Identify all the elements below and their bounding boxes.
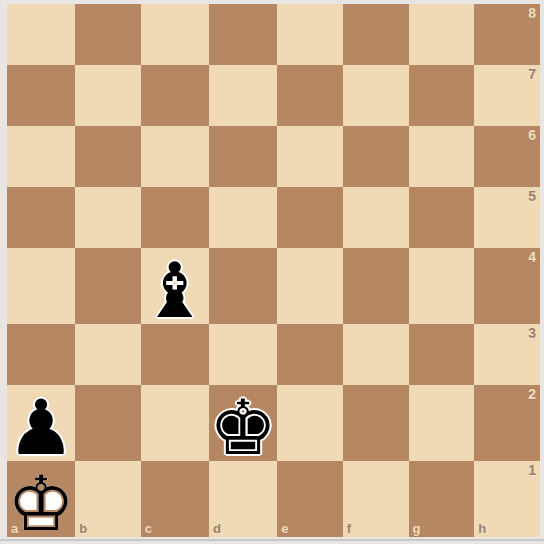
square-f4[interactable] [343, 248, 409, 324]
square-c4[interactable]: ♝ [141, 248, 209, 324]
square-a6[interactable] [7, 126, 75, 187]
chess-board[interactable]: 8765♝43♟♚2a♚♔bcdefg1h [7, 4, 540, 537]
rank-label-7: 7 [528, 67, 536, 81]
square-h3[interactable]: 3 [474, 324, 540, 385]
square-g6[interactable] [409, 126, 475, 187]
square-a3[interactable] [7, 324, 75, 385]
square-a8[interactable] [7, 4, 75, 65]
square-d5[interactable] [209, 187, 277, 248]
square-h2[interactable]: 2 [474, 385, 540, 461]
square-c6[interactable] [141, 126, 209, 187]
square-h4[interactable]: 4 [474, 248, 540, 324]
rank-label-8: 8 [528, 6, 536, 20]
square-e7[interactable] [277, 65, 343, 126]
square-d3[interactable] [209, 324, 277, 385]
square-b5[interactable] [75, 187, 141, 248]
piece-black-bishop[interactable]: ♝ [141, 253, 209, 329]
file-label-e: e [281, 522, 288, 535]
square-h5[interactable]: 5 [474, 187, 540, 248]
square-c7[interactable] [141, 65, 209, 126]
square-b1[interactable]: b [75, 461, 141, 537]
square-a7[interactable] [7, 65, 75, 126]
square-e5[interactable] [277, 187, 343, 248]
square-g4[interactable] [409, 248, 475, 324]
square-d8[interactable] [209, 4, 277, 65]
square-g5[interactable] [409, 187, 475, 248]
square-d1[interactable]: d [209, 461, 277, 537]
square-f6[interactable] [343, 126, 409, 187]
square-f8[interactable] [343, 4, 409, 65]
square-g7[interactable] [409, 65, 475, 126]
square-d6[interactable] [209, 126, 277, 187]
window-bottom-edge [0, 539, 544, 541]
square-a4[interactable] [7, 248, 75, 324]
file-label-g: g [413, 522, 421, 535]
square-c1[interactable]: c [141, 461, 209, 537]
square-f1[interactable]: f [343, 461, 409, 537]
square-h7[interactable]: 7 [474, 65, 540, 126]
square-e4[interactable] [277, 248, 343, 324]
square-a5[interactable] [7, 187, 75, 248]
file-label-f: f [347, 522, 351, 535]
square-d7[interactable] [209, 65, 277, 126]
square-c3[interactable] [141, 324, 209, 385]
square-e6[interactable] [277, 126, 343, 187]
square-b7[interactable] [75, 65, 141, 126]
square-h1[interactable]: 1h [474, 461, 540, 537]
square-f2[interactable] [343, 385, 409, 461]
file-label-c: c [145, 522, 152, 535]
square-f3[interactable] [343, 324, 409, 385]
app-window: 8765♝43♟♚2a♚♔bcdefg1h [0, 0, 544, 544]
square-e3[interactable] [277, 324, 343, 385]
rank-label-5: 5 [528, 189, 536, 203]
piece-black-king[interactable]: ♚ [209, 390, 277, 466]
file-label-b: b [79, 522, 87, 535]
square-e1[interactable]: e [277, 461, 343, 537]
square-c2[interactable] [141, 385, 209, 461]
file-label-d: d [213, 522, 221, 535]
square-a1[interactable]: a♚♔ [7, 461, 75, 537]
square-a2[interactable]: ♟ [7, 385, 75, 461]
piece-outline-layer: ♔ [7, 459, 75, 544]
square-e2[interactable] [277, 385, 343, 461]
square-g2[interactable] [409, 385, 475, 461]
square-b2[interactable] [75, 385, 141, 461]
square-b3[interactable] [75, 324, 141, 385]
square-b6[interactable] [75, 126, 141, 187]
rank-label-4: 4 [528, 250, 536, 264]
square-f5[interactable] [343, 187, 409, 248]
square-g3[interactable] [409, 324, 475, 385]
square-d2[interactable]: ♚ [209, 385, 277, 461]
rank-label-6: 6 [528, 128, 536, 142]
piece-black-pawn[interactable]: ♟ [7, 390, 75, 466]
file-label-h: h [478, 522, 486, 535]
rank-label-3: 3 [528, 326, 536, 340]
square-c8[interactable] [141, 4, 209, 65]
rank-label-2: 2 [528, 387, 536, 401]
square-g8[interactable] [409, 4, 475, 65]
square-f7[interactable] [343, 65, 409, 126]
square-b4[interactable] [75, 248, 141, 324]
square-h6[interactable]: 6 [474, 126, 540, 187]
square-b8[interactable] [75, 4, 141, 65]
square-d4[interactable] [209, 248, 277, 324]
piece-white-king[interactable]: ♚♔ [7, 466, 75, 542]
square-c5[interactable] [141, 187, 209, 248]
rank-label-1: 1 [528, 463, 536, 477]
square-h8[interactable]: 8 [474, 4, 540, 65]
square-g1[interactable]: g [409, 461, 475, 537]
square-e8[interactable] [277, 4, 343, 65]
